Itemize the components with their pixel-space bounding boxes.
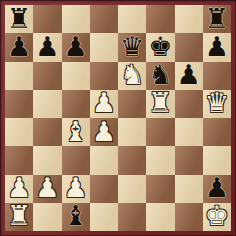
square-b5[interactable]: [33, 90, 61, 118]
square-e3[interactable]: [118, 146, 146, 174]
piece-black-pawn[interactable]: ♟: [7, 33, 31, 60]
piece-white-bishop[interactable]: ♝: [64, 118, 88, 145]
square-a1[interactable]: ♜: [5, 203, 33, 231]
piece-black-king[interactable]: ♚: [148, 33, 172, 60]
square-h5[interactable]: ♛: [203, 90, 231, 118]
square-a6[interactable]: [5, 62, 33, 90]
square-f4[interactable]: [146, 118, 174, 146]
square-g3[interactable]: [175, 146, 203, 174]
square-e5[interactable]: [118, 90, 146, 118]
piece-black-pawn[interactable]: ♟: [205, 175, 229, 202]
square-f6[interactable]: ♞: [146, 62, 174, 90]
piece-black-knight[interactable]: ♞: [148, 62, 172, 89]
square-b3[interactable]: [33, 146, 61, 174]
square-a5[interactable]: [5, 90, 33, 118]
piece-white-rook[interactable]: ♜: [7, 203, 31, 230]
board-frame: ♜♜♟♟♟♛♚♟♞♞♟♟♜♛♝♟♟♟♟♟♜♝♚: [0, 0, 236, 236]
square-f7[interactable]: ♚: [146, 33, 174, 61]
square-c8[interactable]: [62, 5, 90, 33]
square-e4[interactable]: [118, 118, 146, 146]
square-e1[interactable]: [118, 203, 146, 231]
square-b7[interactable]: ♟: [33, 33, 61, 61]
square-c1[interactable]: ♝: [62, 203, 90, 231]
square-g2[interactable]: [175, 175, 203, 203]
piece-black-rook[interactable]: ♜: [205, 5, 229, 32]
square-c4[interactable]: ♝: [62, 118, 90, 146]
square-e2[interactable]: [118, 175, 146, 203]
square-b4[interactable]: [33, 118, 61, 146]
square-d6[interactable]: [90, 62, 118, 90]
piece-black-queen[interactable]: ♛: [120, 33, 144, 60]
square-c7[interactable]: ♟: [62, 33, 90, 61]
piece-white-pawn[interactable]: ♟: [7, 175, 31, 202]
square-f8[interactable]: [146, 5, 174, 33]
square-b8[interactable]: [33, 5, 61, 33]
square-g4[interactable]: [175, 118, 203, 146]
square-a8[interactable]: ♜: [5, 5, 33, 33]
square-f3[interactable]: [146, 146, 174, 174]
square-d1[interactable]: [90, 203, 118, 231]
square-a7[interactable]: ♟: [5, 33, 33, 61]
square-h8[interactable]: ♜: [203, 5, 231, 33]
square-f1[interactable]: [146, 203, 174, 231]
square-d2[interactable]: [90, 175, 118, 203]
square-h3[interactable]: [203, 146, 231, 174]
square-d7[interactable]: [90, 33, 118, 61]
square-a4[interactable]: [5, 118, 33, 146]
square-d4[interactable]: ♟: [90, 118, 118, 146]
square-c2[interactable]: ♟: [62, 175, 90, 203]
square-h1[interactable]: ♚: [203, 203, 231, 231]
square-a3[interactable]: [5, 146, 33, 174]
square-d8[interactable]: [90, 5, 118, 33]
square-f5[interactable]: ♜: [146, 90, 174, 118]
square-a2[interactable]: ♟: [5, 175, 33, 203]
square-g5[interactable]: [175, 90, 203, 118]
square-g1[interactable]: [175, 203, 203, 231]
piece-black-pawn[interactable]: ♟: [205, 33, 229, 60]
piece-black-pawn[interactable]: ♟: [177, 62, 201, 89]
square-h2[interactable]: ♟: [203, 175, 231, 203]
square-g6[interactable]: ♟: [175, 62, 203, 90]
piece-black-bishop[interactable]: ♝: [64, 203, 88, 230]
square-e7[interactable]: ♛: [118, 33, 146, 61]
square-h4[interactable]: [203, 118, 231, 146]
square-c3[interactable]: [62, 146, 90, 174]
square-b1[interactable]: [33, 203, 61, 231]
square-h7[interactable]: ♟: [203, 33, 231, 61]
square-h6[interactable]: [203, 62, 231, 90]
piece-white-queen[interactable]: ♛: [205, 90, 229, 117]
piece-black-rook[interactable]: ♜: [7, 5, 31, 32]
piece-white-pawn[interactable]: ♟: [35, 175, 59, 202]
piece-black-pawn[interactable]: ♟: [35, 33, 59, 60]
piece-white-knight[interactable]: ♞: [120, 62, 144, 89]
piece-white-pawn[interactable]: ♟: [92, 90, 116, 117]
square-f2[interactable]: [146, 175, 174, 203]
piece-white-pawn[interactable]: ♟: [64, 175, 88, 202]
square-g8[interactable]: [175, 5, 203, 33]
piece-white-king[interactable]: ♚: [205, 203, 229, 230]
square-d3[interactable]: [90, 146, 118, 174]
square-b6[interactable]: [33, 62, 61, 90]
square-c5[interactable]: [62, 90, 90, 118]
piece-white-pawn[interactable]: ♟: [92, 118, 116, 145]
square-e6[interactable]: ♞: [118, 62, 146, 90]
chess-board: ♜♜♟♟♟♛♚♟♞♞♟♟♜♛♝♟♟♟♟♟♜♝♚: [5, 5, 231, 231]
piece-black-pawn[interactable]: ♟: [64, 33, 88, 60]
square-b2[interactable]: ♟: [33, 175, 61, 203]
square-g7[interactable]: [175, 33, 203, 61]
piece-white-rook[interactable]: ♜: [148, 90, 172, 117]
square-c6[interactable]: [62, 62, 90, 90]
square-e8[interactable]: [118, 5, 146, 33]
square-d5[interactable]: ♟: [90, 90, 118, 118]
